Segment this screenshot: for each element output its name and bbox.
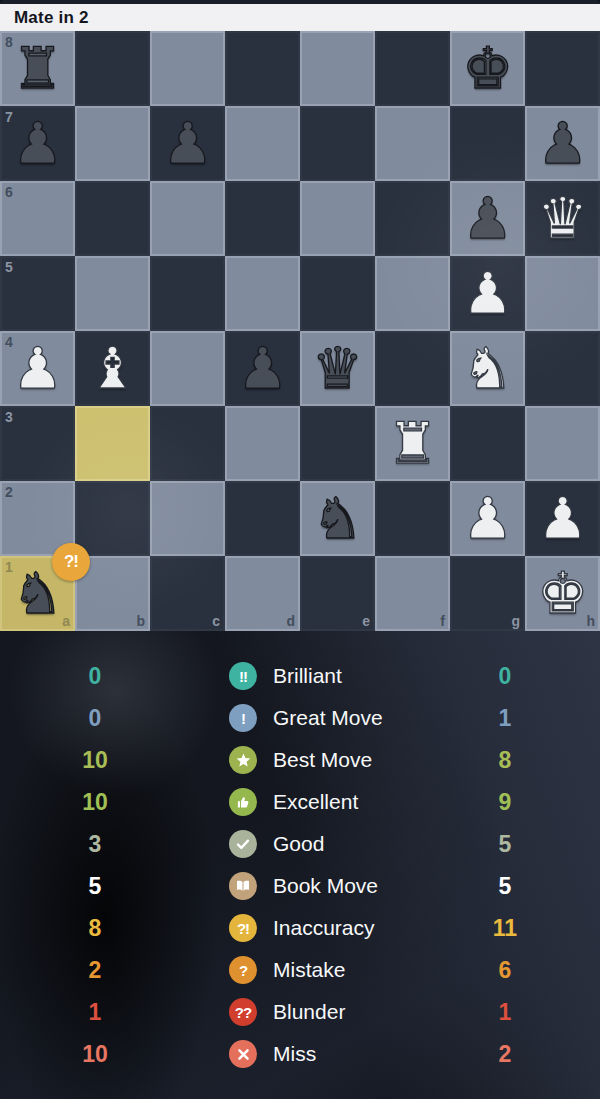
square-c5[interactable] <box>150 256 225 331</box>
square-g7[interactable] <box>450 106 525 181</box>
left-player-count: 10 <box>0 789 190 816</box>
square-c2[interactable] <box>150 481 225 556</box>
square-b6[interactable] <box>75 181 150 256</box>
black-queen[interactable]: ♛ <box>312 340 363 397</box>
square-c6[interactable] <box>150 181 225 256</box>
square-a6[interactable]: 6 <box>0 181 75 256</box>
white-pawn[interactable]: ♟ <box>462 265 513 322</box>
white-knight[interactable]: ♞ <box>462 340 513 397</box>
square-e1[interactable]: e <box>300 556 375 631</box>
square-d7[interactable] <box>225 106 300 181</box>
file-label-f: f <box>440 613 445 629</box>
square-e5[interactable] <box>300 256 375 331</box>
move-classification-panel: 0!!Brilliant00!Great Move110Best Move810… <box>0 631 600 1099</box>
black-pawn[interactable]: ♟ <box>12 115 63 172</box>
square-d5[interactable] <box>225 256 300 331</box>
check-icon <box>229 830 257 858</box>
right-player-count: 5 <box>470 831 540 858</box>
right-player-count: 9 <box>470 789 540 816</box>
square-d1[interactable]: d <box>225 556 300 631</box>
stat-label-book-move: Book Move <box>273 874 470 898</box>
stat-label-inaccuracy: Inaccuracy <box>273 916 470 940</box>
square-f7[interactable] <box>375 106 450 181</box>
rank-label-3: 3 <box>5 409 13 425</box>
stat-row-blunder: 1??Blunder1 <box>0 991 600 1033</box>
square-e2[interactable]: ♞ <box>300 481 375 556</box>
square-a7[interactable]: 7♟ <box>0 106 75 181</box>
square-g1[interactable]: g <box>450 556 525 631</box>
square-b8[interactable] <box>75 31 150 106</box>
square-f8[interactable] <box>375 31 450 106</box>
title-bar: Mate in 2 <box>0 4 600 31</box>
square-e8[interactable] <box>300 31 375 106</box>
file-label-g: g <box>511 613 520 629</box>
square-g2[interactable]: ♟ <box>450 481 525 556</box>
square-b7[interactable] <box>75 106 150 181</box>
square-b2[interactable] <box>75 481 150 556</box>
square-e7[interactable] <box>300 106 375 181</box>
left-player-count: 2 <box>0 957 190 984</box>
square-d2[interactable] <box>225 481 300 556</box>
black-pawn[interactable]: ♟ <box>162 115 213 172</box>
black-king[interactable]: ♚ <box>462 40 513 97</box>
square-a3[interactable]: 3 <box>0 406 75 481</box>
right-player-count: 5 <box>470 873 540 900</box>
stat-label-excellent: Excellent <box>273 790 470 814</box>
left-player-count: 10 <box>0 747 190 774</box>
white-queen[interactable]: ♛ <box>537 190 588 247</box>
square-f3[interactable]: ♜ <box>375 406 450 481</box>
square-b5[interactable] <box>75 256 150 331</box>
square-g3[interactable] <box>450 406 525 481</box>
right-player-count: 1 <box>470 705 540 732</box>
square-f5[interactable] <box>375 256 450 331</box>
square-c3[interactable] <box>150 406 225 481</box>
file-label-e: e <box>362 613 370 629</box>
square-g4[interactable]: ♞ <box>450 331 525 406</box>
black-pawn[interactable]: ♟ <box>237 340 288 397</box>
square-a5[interactable]: 5 <box>0 256 75 331</box>
square-f4[interactable] <box>375 331 450 406</box>
square-e3[interactable] <box>300 406 375 481</box>
square-g8[interactable]: ♚ <box>450 31 525 106</box>
square-g5[interactable]: ♟ <box>450 256 525 331</box>
rank-label-6: 6 <box>5 184 13 200</box>
square-h8[interactable] <box>525 31 600 106</box>
stat-label-good: Good <box>273 832 470 856</box>
question-exclamation-icon: ?! <box>229 914 257 942</box>
square-b4[interactable]: ♝ <box>75 331 150 406</box>
square-f1[interactable]: f <box>375 556 450 631</box>
stat-row-book-move: 5Book Move5 <box>0 865 600 907</box>
left-player-count: 5 <box>0 873 190 900</box>
right-player-count: 11 <box>470 915 540 942</box>
black-pawn[interactable]: ♟ <box>462 190 513 247</box>
stat-label-blunder: Blunder <box>273 1000 470 1024</box>
right-player-count: 0 <box>470 663 540 690</box>
right-player-count: 1 <box>470 999 540 1026</box>
stat-row-brilliant: 0!!Brilliant0 <box>0 655 600 697</box>
stat-row-good: 3Good5 <box>0 823 600 865</box>
square-e4[interactable]: ♛ <box>300 331 375 406</box>
left-player-count: 8 <box>0 915 190 942</box>
square-d6[interactable] <box>225 181 300 256</box>
square-e6[interactable] <box>300 181 375 256</box>
left-player-count: 1 <box>0 999 190 1026</box>
app-screen: Mate in 2 8♜♚7♟♟♟6♟♛5♟4♟♝♟♛♞3♜2♞♟♟1a♞bcd… <box>0 0 600 1099</box>
file-label-d: d <box>286 613 295 629</box>
thumbs-up-icon <box>229 788 257 816</box>
stat-label-miss: Miss <box>273 1042 470 1066</box>
rank-label-2: 2 <box>5 484 13 500</box>
white-king[interactable]: ♚ <box>537 565 588 622</box>
white-bishop[interactable]: ♝ <box>87 340 138 397</box>
square-c4[interactable] <box>150 331 225 406</box>
left-player-count: 10 <box>0 1041 190 1068</box>
rank-label-5: 5 <box>5 259 13 275</box>
black-pawn[interactable]: ♟ <box>537 115 588 172</box>
square-c7[interactable]: ♟ <box>150 106 225 181</box>
stat-row-best-move: 10Best Move8 <box>0 739 600 781</box>
square-h5[interactable] <box>525 256 600 331</box>
double-question-icon: ?? <box>229 998 257 1026</box>
left-player-count: 0 <box>0 705 190 732</box>
stat-row-inaccuracy: 8?!Inaccuracy11 <box>0 907 600 949</box>
book-icon <box>229 872 257 900</box>
right-player-count: 6 <box>470 957 540 984</box>
white-pawn[interactable]: ♟ <box>12 340 63 397</box>
black-knight[interactable]: ♞ <box>312 490 363 547</box>
square-h3[interactable] <box>525 406 600 481</box>
square-h1[interactable]: h♚ <box>525 556 600 631</box>
square-d4[interactable]: ♟ <box>225 331 300 406</box>
square-b3[interactable] <box>75 406 150 481</box>
square-h7[interactable]: ♟ <box>525 106 600 181</box>
right-player-count: 2 <box>470 1041 540 1068</box>
chess-board: 8♜♚7♟♟♟6♟♛5♟4♟♝♟♛♞3♜2♞♟♟1a♞bcdefgh♚?! <box>0 31 600 631</box>
stat-row-excellent: 10Excellent9 <box>0 781 600 823</box>
square-c1[interactable]: c <box>150 556 225 631</box>
star-icon <box>229 746 257 774</box>
page-title: Mate in 2 <box>14 8 89 28</box>
x-icon <box>229 1040 257 1068</box>
double-exclamation-icon: !! <box>229 662 257 690</box>
stat-label-great-move: Great Move <box>273 706 470 730</box>
stat-row-miss: 10Miss2 <box>0 1033 600 1075</box>
square-g6[interactable]: ♟ <box>450 181 525 256</box>
stat-label-best-move: Best Move <box>273 748 470 772</box>
square-f6[interactable] <box>375 181 450 256</box>
square-d3[interactable] <box>225 406 300 481</box>
square-d8[interactable] <box>225 31 300 106</box>
white-pawn[interactable]: ♟ <box>537 490 588 547</box>
square-a4[interactable]: 4♟ <box>0 331 75 406</box>
square-c8[interactable] <box>150 31 225 106</box>
stat-label-mistake: Mistake <box>273 958 470 982</box>
right-player-count: 8 <box>470 747 540 774</box>
square-a8[interactable]: 8♜ <box>0 31 75 106</box>
exclamation-icon: ! <box>229 704 257 732</box>
stat-row-mistake: 2?Mistake6 <box>0 949 600 991</box>
stat-label-brilliant: Brilliant <box>273 664 470 688</box>
inaccuracy-badge: ?! <box>52 543 90 581</box>
square-h2[interactable]: ♟ <box>525 481 600 556</box>
black-rook[interactable]: ♜ <box>12 40 63 97</box>
white-rook[interactable]: ♜ <box>387 415 438 472</box>
left-player-count: 3 <box>0 831 190 858</box>
left-player-count: 0 <box>0 663 190 690</box>
stat-row-great-move: 0!Great Move1 <box>0 697 600 739</box>
file-label-a: a <box>62 613 70 629</box>
question-icon: ? <box>229 956 257 984</box>
file-label-c: c <box>212 613 220 629</box>
square-h4[interactable] <box>525 331 600 406</box>
white-pawn[interactable]: ♟ <box>462 490 513 547</box>
square-f2[interactable] <box>375 481 450 556</box>
file-label-b: b <box>136 613 145 629</box>
square-h6[interactable]: ♛ <box>525 181 600 256</box>
